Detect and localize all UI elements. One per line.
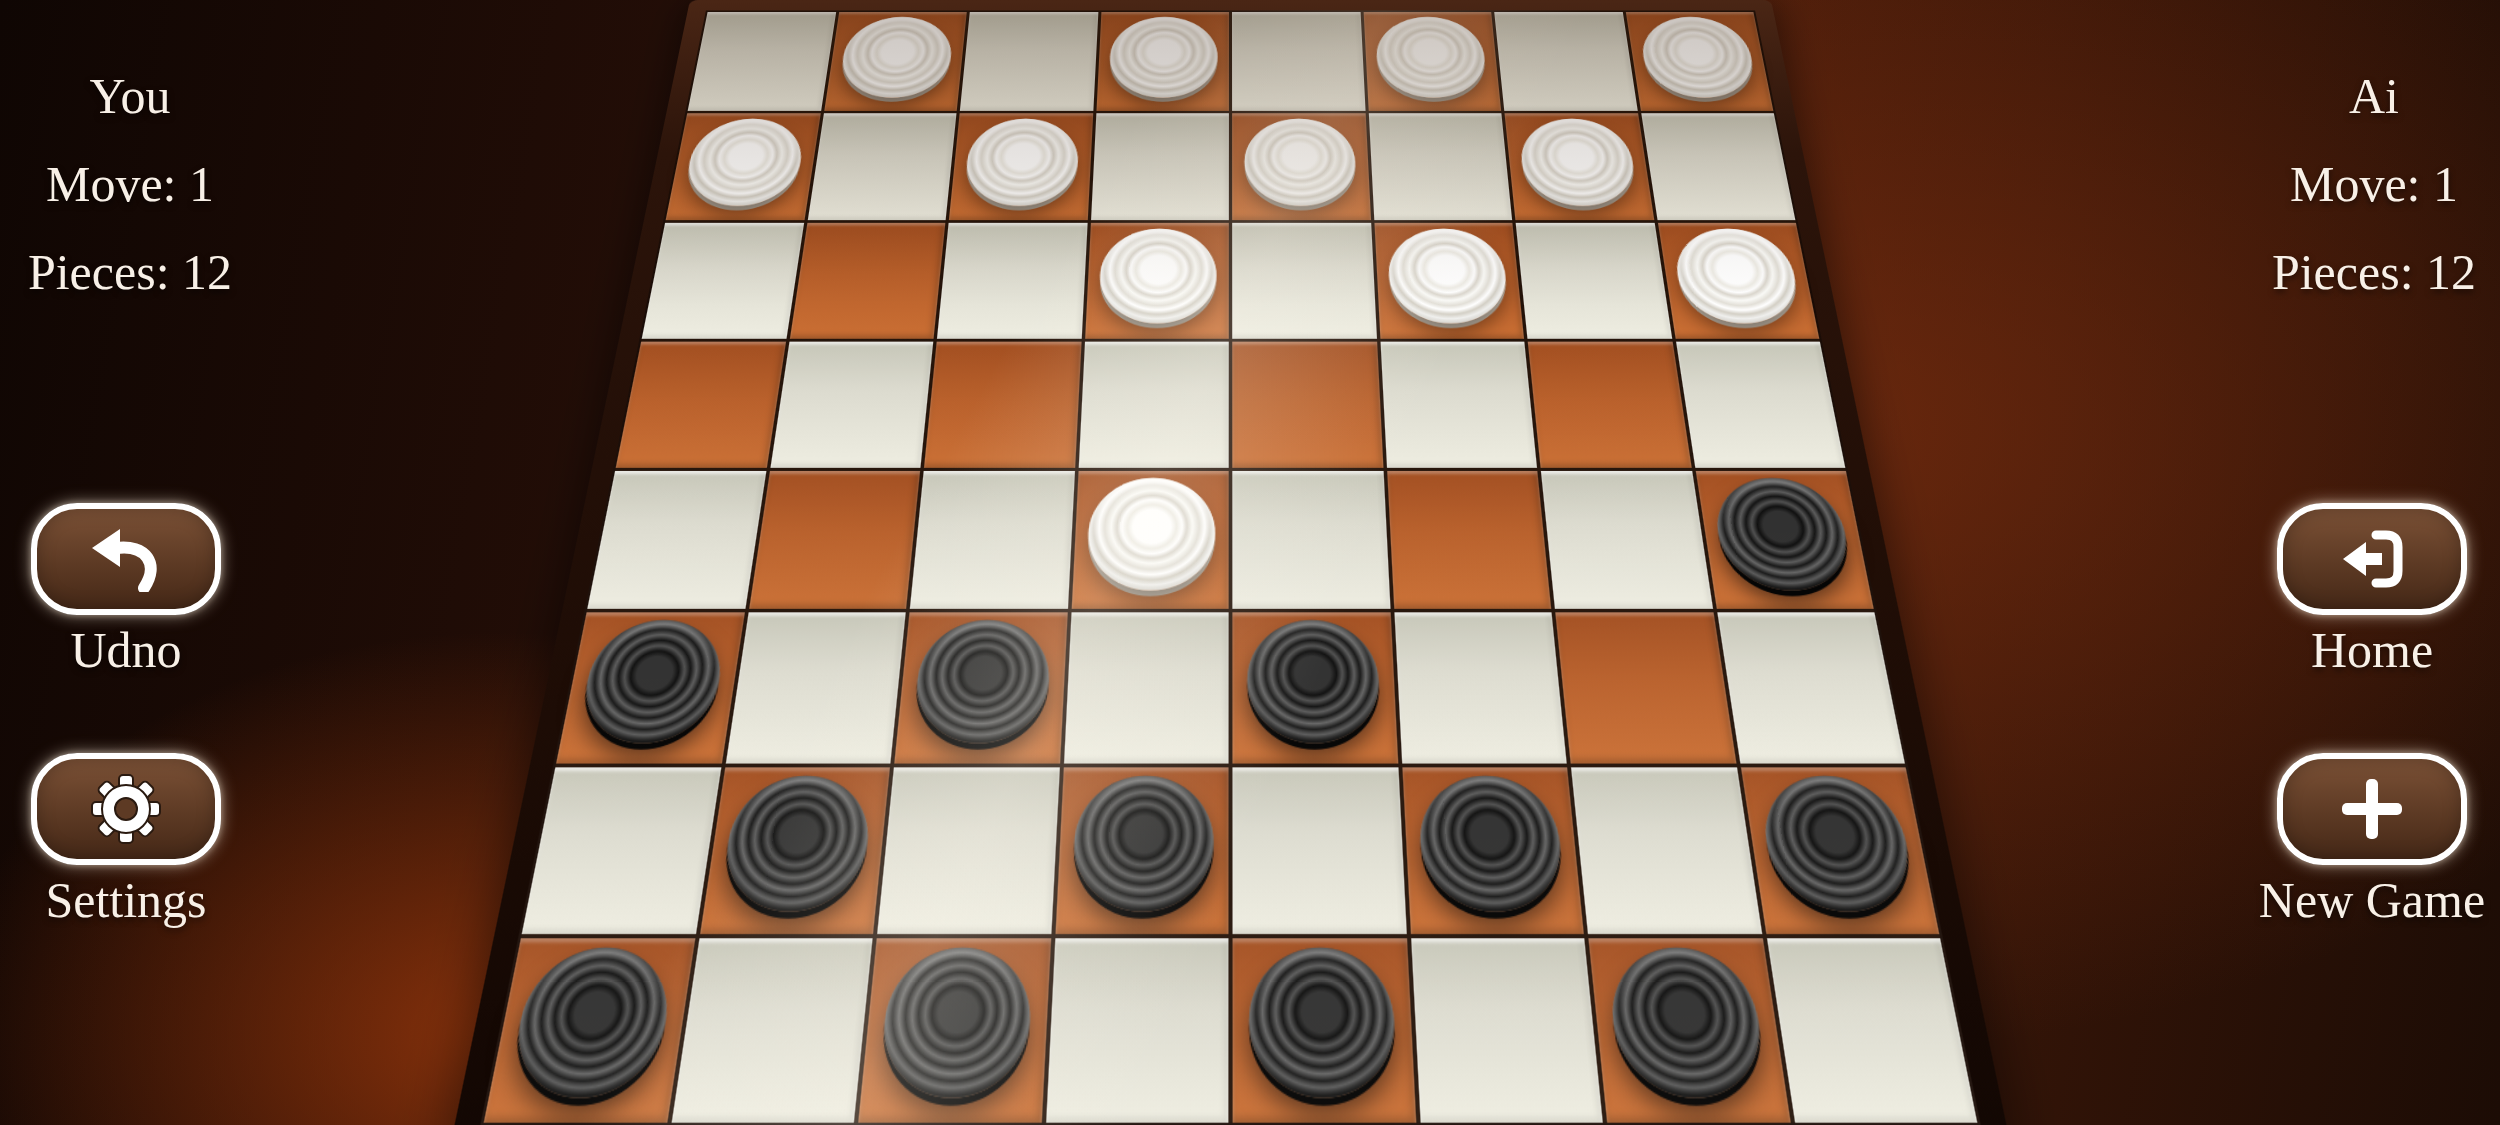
pieces-counter: Pieces: 12 <box>0 228 260 316</box>
black-piece[interactable] <box>505 947 678 1098</box>
square-r1c3[interactable] <box>1091 113 1229 220</box>
black-piece[interactable] <box>1248 947 1398 1098</box>
square-r5c1[interactable] <box>725 612 906 763</box>
square-r5c4[interactable] <box>1232 612 1397 763</box>
white-piece[interactable] <box>963 118 1081 205</box>
square-r7c4[interactable] <box>1233 938 1416 1123</box>
square-r1c2[interactable] <box>949 113 1093 220</box>
board-frame <box>446 0 2015 1125</box>
square-r1c0[interactable] <box>666 113 821 220</box>
square-r2c2[interactable] <box>937 223 1087 339</box>
home-label: Home <box>2252 623 2492 677</box>
square-r5c0[interactable] <box>556 612 744 763</box>
square-r3c7[interactable] <box>1675 342 1845 468</box>
square-r1c6[interactable] <box>1505 113 1654 220</box>
square-r0c4[interactable] <box>1232 12 1365 111</box>
square-r5c5[interactable] <box>1394 612 1567 763</box>
square-r5c3[interactable] <box>1063 612 1228 763</box>
exit-icon <box>2338 528 2406 590</box>
square-r0c1[interactable] <box>824 12 967 111</box>
black-piece[interactable] <box>911 619 1052 743</box>
square-r1c5[interactable] <box>1368 113 1512 220</box>
new-game-label: New Game <box>2252 873 2492 927</box>
game-screen: You Move: 1 Pieces: 12 Ai Move: 1 Pieces… <box>0 0 2500 1125</box>
white-piece[interactable] <box>1387 228 1510 323</box>
black-piece[interactable] <box>1710 477 1856 590</box>
white-piece[interactable] <box>1244 118 1357 205</box>
board-3d-scene <box>690 0 1771 1081</box>
black-piece[interactable] <box>1756 775 1919 911</box>
player-name: Ai <box>2244 52 2500 140</box>
black-piece[interactable] <box>1072 775 1214 911</box>
player-panel-you: You Move: 1 Pieces: 12 <box>0 52 260 316</box>
square-r0c2[interactable] <box>960 12 1098 111</box>
square-r4c3[interactable] <box>1071 471 1229 609</box>
square-r6c1[interactable] <box>699 767 890 934</box>
settings-label: Settings <box>6 873 246 927</box>
white-piece[interactable] <box>681 118 808 205</box>
white-piece[interactable] <box>1671 228 1803 323</box>
square-r3c3[interactable] <box>1078 342 1229 468</box>
square-r6c3[interactable] <box>1055 767 1229 934</box>
square-r0c3[interactable] <box>1096 12 1229 111</box>
square-r7c6[interactable] <box>1588 938 1790 1123</box>
square-r7c2[interactable] <box>858 938 1050 1123</box>
undo-control: Udno <box>6 503 246 677</box>
square-r2c1[interactable] <box>789 223 945 339</box>
square-r0c0[interactable] <box>688 12 836 111</box>
black-piece[interactable] <box>1417 775 1566 911</box>
square-r7c1[interactable] <box>671 938 873 1123</box>
black-piece[interactable] <box>718 775 874 911</box>
undo-button[interactable] <box>31 503 221 615</box>
square-r5c6[interactable] <box>1555 612 1736 763</box>
square-r4c1[interactable] <box>749 471 921 609</box>
square-r6c6[interactable] <box>1571 767 1762 934</box>
black-piece[interactable] <box>1605 947 1770 1098</box>
player-name: You <box>0 52 260 140</box>
white-piece[interactable] <box>1638 17 1759 98</box>
square-r0c6[interactable] <box>1494 12 1637 111</box>
settings-control: Settings <box>6 753 246 927</box>
square-r1c4[interactable] <box>1232 113 1370 220</box>
square-r0c7[interactable] <box>1625 12 1773 111</box>
square-r2c4[interactable] <box>1232 223 1376 339</box>
square-r4c2[interactable] <box>910 471 1075 609</box>
square-r3c6[interactable] <box>1528 342 1691 468</box>
square-r4c6[interactable] <box>1541 471 1713 609</box>
square-r7c0[interactable] <box>484 938 695 1123</box>
square-r2c7[interactable] <box>1657 223 1819 339</box>
move-counter: Move: 1 <box>0 140 260 228</box>
square-r3c0[interactable] <box>616 342 786 468</box>
black-piece[interactable] <box>877 947 1034 1098</box>
new-game-control: New Game <box>2252 753 2492 927</box>
white-piece[interactable] <box>1098 228 1216 323</box>
white-piece[interactable] <box>1109 17 1218 98</box>
undo-label: Udno <box>6 623 246 677</box>
pieces-counter: Pieces: 12 <box>2244 228 2500 316</box>
square-r3c2[interactable] <box>924 342 1081 468</box>
square-r6c2[interactable] <box>877 767 1059 934</box>
square-r4c5[interactable] <box>1387 471 1552 609</box>
white-piece[interactable] <box>1375 17 1488 98</box>
square-r3c5[interactable] <box>1380 342 1537 468</box>
white-piece[interactable] <box>1086 477 1215 590</box>
white-piece[interactable] <box>838 17 955 98</box>
square-r1c1[interactable] <box>807 113 956 220</box>
square-r5c7[interactable] <box>1717 612 1905 763</box>
square-r7c5[interactable] <box>1410 938 1602 1123</box>
square-r5c2[interactable] <box>894 612 1067 763</box>
new-game-button[interactable] <box>2277 753 2467 865</box>
home-button[interactable] <box>2277 503 2467 615</box>
square-r3c1[interactable] <box>770 342 933 468</box>
undo-icon <box>88 526 164 592</box>
square-r2c0[interactable] <box>642 223 804 339</box>
square-r6c7[interactable] <box>1740 767 1939 934</box>
black-piece[interactable] <box>1247 619 1382 743</box>
square-r1c7[interactable] <box>1641 113 1796 220</box>
plus-icon <box>2339 776 2405 842</box>
square-r7c3[interactable] <box>1045 938 1228 1123</box>
square-r2c5[interactable] <box>1374 223 1524 339</box>
square-r4c0[interactable] <box>587 471 766 609</box>
square-r2c3[interactable] <box>1085 223 1229 339</box>
square-r2c6[interactable] <box>1516 223 1672 339</box>
gear-icon <box>90 773 162 845</box>
square-r4c7[interactable] <box>1695 471 1874 609</box>
square-r7c7[interactable] <box>1766 938 1977 1123</box>
square-r0c5[interactable] <box>1363 12 1501 111</box>
settings-button[interactable] <box>31 753 221 865</box>
checkers-board <box>480 10 1981 1125</box>
square-r3c4[interactable] <box>1232 342 1383 468</box>
move-counter: Move: 1 <box>2244 140 2500 228</box>
square-r6c4[interactable] <box>1232 767 1406 934</box>
white-piece[interactable] <box>1517 118 1639 205</box>
home-control: Home <box>2252 503 2492 677</box>
square-r4c4[interactable] <box>1232 471 1390 609</box>
square-r6c5[interactable] <box>1402 767 1584 934</box>
black-piece[interactable] <box>575 619 729 743</box>
player-panel-ai: Ai Move: 1 Pieces: 12 <box>2244 52 2500 316</box>
square-r6c0[interactable] <box>522 767 721 934</box>
